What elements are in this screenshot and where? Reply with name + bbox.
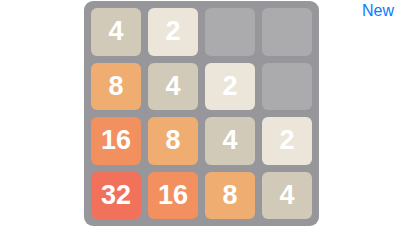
board-2048[interactable]: 4284216842321684 bbox=[84, 1, 319, 226]
tile-8-r3c2: 8 bbox=[148, 117, 198, 165]
tile-2-r2c3: 2 bbox=[205, 63, 255, 111]
tile-2-r1c2: 2 bbox=[148, 8, 198, 56]
tile-4-r2c2: 4 bbox=[148, 63, 198, 111]
tile-16-r4c2: 16 bbox=[148, 172, 198, 220]
tile-16-r3c1: 16 bbox=[91, 117, 141, 165]
tile-32-r4c1: 32 bbox=[91, 172, 141, 220]
tile-4-r3c3: 4 bbox=[205, 117, 255, 165]
tile-8-r4c3: 8 bbox=[205, 172, 255, 220]
empty-cell-r1c3 bbox=[205, 8, 255, 56]
new-game-button[interactable]: New bbox=[362, 2, 394, 20]
tile-8-r2c1: 8 bbox=[91, 63, 141, 111]
empty-cell-r2c4 bbox=[262, 63, 312, 111]
tile-4-r4c4: 4 bbox=[262, 172, 312, 220]
empty-cell-r1c4 bbox=[262, 8, 312, 56]
tile-2-r3c4: 2 bbox=[262, 117, 312, 165]
tile-4-r1c1: 4 bbox=[91, 8, 141, 56]
